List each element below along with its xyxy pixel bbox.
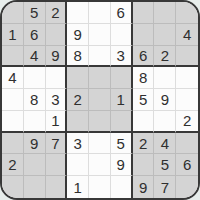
cell-r7c5[interactable] [89, 133, 111, 155]
cell-r1c3[interactable]: 2 [46, 2, 68, 24]
cell-r1c9[interactable] [176, 2, 198, 24]
cell-r7c3[interactable]: 7 [46, 133, 68, 155]
given-digit: 5 [30, 5, 38, 20]
given-digit: 5 [117, 136, 125, 151]
cell-r5c7[interactable]: 5 [133, 89, 155, 111]
cell-r3c5[interactable] [89, 46, 111, 68]
cell-r9c5[interactable] [89, 176, 111, 198]
cell-r4c1[interactable]: 4 [2, 67, 24, 89]
cell-r6c7[interactable] [133, 111, 155, 133]
cell-r1c7[interactable] [133, 2, 155, 24]
given-digit: 2 [161, 48, 169, 63]
sudoku-board: 526169449836248832159129735242956197 [0, 0, 200, 200]
cell-r3c4[interactable]: 8 [67, 46, 89, 68]
given-digit: 7 [51, 136, 59, 151]
given-digit: 9 [117, 157, 125, 172]
given-digit: 2 [74, 92, 82, 107]
given-digit: 4 [30, 48, 38, 63]
cell-r6c9[interactable]: 2 [176, 111, 198, 133]
cell-r7c7[interactable]: 2 [133, 133, 155, 155]
cell-r5c9[interactable] [176, 89, 198, 111]
cell-r6c5[interactable] [89, 111, 111, 133]
cell-r6c2[interactable] [24, 111, 46, 133]
cell-r3c8[interactable]: 2 [154, 46, 176, 68]
cell-r9c4[interactable]: 1 [67, 176, 89, 198]
cell-r2c2[interactable]: 6 [24, 24, 46, 46]
cell-r5c3[interactable]: 3 [46, 89, 68, 111]
cell-r2c1[interactable]: 1 [2, 24, 24, 46]
cell-r5c1[interactable] [2, 89, 24, 111]
given-digit: 1 [117, 92, 125, 107]
cell-r2c9[interactable]: 4 [176, 24, 198, 46]
cell-r3c3[interactable]: 9 [46, 46, 68, 68]
cell-r1c4[interactable] [67, 2, 89, 24]
cell-r8c4[interactable] [67, 154, 89, 176]
cell-r9c6[interactable] [111, 176, 133, 198]
cell-r8c1[interactable]: 2 [2, 154, 24, 176]
cell-r6c1[interactable] [2, 111, 24, 133]
cell-r4c9[interactable] [176, 67, 198, 89]
given-digit: 2 [139, 136, 147, 151]
cell-r1c8[interactable] [154, 2, 176, 24]
cell-r4c2[interactable] [24, 67, 46, 89]
cell-r8c3[interactable] [46, 154, 68, 176]
cell-r7c9[interactable] [176, 133, 198, 155]
given-digit: 6 [117, 5, 125, 20]
given-digit: 2 [51, 5, 59, 20]
given-digit: 8 [139, 70, 147, 85]
cell-r4c3[interactable] [46, 67, 68, 89]
cell-r5c6[interactable]: 1 [111, 89, 133, 111]
cell-r9c3[interactable] [46, 176, 68, 198]
given-digit: 9 [139, 180, 147, 195]
cell-r5c8[interactable]: 9 [154, 89, 176, 111]
cell-r7c2[interactable]: 9 [24, 133, 46, 155]
cell-r6c4[interactable] [67, 111, 89, 133]
given-digit: 1 [8, 27, 16, 42]
cell-r8c7[interactable] [133, 154, 155, 176]
cell-r6c3[interactable]: 1 [46, 111, 68, 133]
cell-r1c6[interactable]: 6 [111, 2, 133, 24]
cell-r2c3[interactable] [46, 24, 68, 46]
given-digit: 6 [139, 48, 147, 63]
cell-r1c2[interactable]: 5 [24, 2, 46, 24]
given-digit: 3 [117, 48, 125, 63]
cell-r4c5[interactable] [89, 67, 111, 89]
cell-r2c6[interactable] [111, 24, 133, 46]
cell-r8c2[interactable] [24, 154, 46, 176]
cell-r8c9[interactable]: 6 [176, 154, 198, 176]
given-digit: 6 [30, 27, 38, 42]
given-digit: 9 [51, 48, 59, 63]
given-digit: 6 [183, 157, 191, 172]
cell-r7c1[interactable] [2, 133, 24, 155]
cell-r7c6[interactable]: 5 [111, 133, 133, 155]
given-digit: 1 [74, 180, 82, 195]
cell-r2c7[interactable] [133, 24, 155, 46]
cell-r2c4[interactable]: 9 [67, 24, 89, 46]
cell-r3c9[interactable] [176, 46, 198, 68]
cell-r5c4[interactable]: 2 [67, 89, 89, 111]
given-digit: 1 [51, 113, 59, 128]
cell-r5c5[interactable] [89, 89, 111, 111]
given-digit: 5 [161, 157, 169, 172]
given-digit: 2 [8, 157, 16, 172]
cell-r9c7[interactable]: 9 [133, 176, 155, 198]
cell-r8c5[interactable] [89, 154, 111, 176]
cell-r4c7[interactable]: 8 [133, 67, 155, 89]
given-digit: 9 [74, 27, 82, 42]
cell-r3c7[interactable]: 6 [133, 46, 155, 68]
given-digit: 4 [161, 136, 169, 151]
cell-r1c1[interactable] [2, 2, 24, 24]
cell-r4c4[interactable] [67, 67, 89, 89]
cell-r9c1[interactable] [2, 176, 24, 198]
given-digit: 9 [30, 136, 38, 151]
cell-r2c8[interactable] [154, 24, 176, 46]
cell-r1c5[interactable] [89, 2, 111, 24]
cell-r6c6[interactable] [111, 111, 133, 133]
given-digit: 2 [183, 113, 191, 128]
cell-r7c8[interactable]: 4 [154, 133, 176, 155]
cell-r3c2[interactable]: 4 [24, 46, 46, 68]
given-digit: 5 [139, 92, 147, 107]
given-digit: 8 [74, 48, 82, 63]
cell-r3c1[interactable] [2, 46, 24, 68]
cell-r9c2[interactable] [24, 176, 46, 198]
cell-r5c2[interactable]: 8 [24, 89, 46, 111]
cell-r4c8[interactable] [154, 67, 176, 89]
given-digit: 3 [74, 136, 82, 151]
cell-r9c8[interactable]: 7 [154, 176, 176, 198]
given-digit: 3 [51, 92, 59, 107]
given-digit: 7 [161, 180, 169, 195]
cell-r3c6[interactable]: 3 [111, 46, 133, 68]
cell-r4c6[interactable] [111, 67, 133, 89]
cell-r8c8[interactable]: 5 [154, 154, 176, 176]
cell-r7c4[interactable]: 3 [67, 133, 89, 155]
given-digit: 9 [161, 92, 169, 107]
given-digit: 4 [8, 70, 16, 85]
cell-r2c5[interactable] [89, 24, 111, 46]
cell-r8c6[interactable]: 9 [111, 154, 133, 176]
cell-r9c9[interactable] [176, 176, 198, 198]
given-digit: 4 [183, 27, 191, 42]
cell-r6c8[interactable] [154, 111, 176, 133]
given-digit: 8 [30, 92, 38, 107]
